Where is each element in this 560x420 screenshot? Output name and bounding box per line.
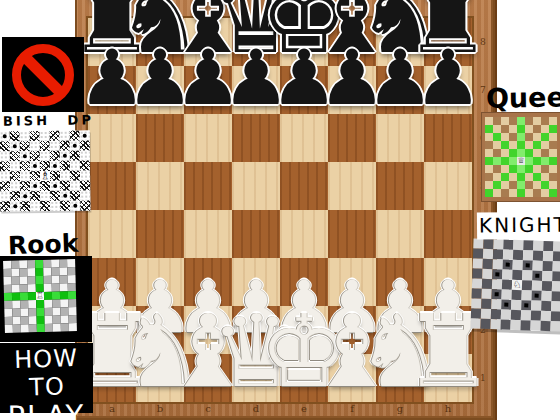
piece-black-pawn-h7[interactable]: ♟ xyxy=(414,40,482,116)
square-b5[interactable] xyxy=(136,162,184,210)
rook-move-diagram: ♖ xyxy=(3,259,77,333)
square-a4[interactable] xyxy=(88,210,136,258)
no-entry-button[interactable] xyxy=(2,37,84,112)
square-c5[interactable] xyxy=(184,162,232,210)
move-target-dot xyxy=(3,134,7,138)
move-target-dot xyxy=(83,134,87,138)
move-target-dot xyxy=(53,164,57,168)
move-target-dot xyxy=(13,204,17,208)
square-g5[interactable] xyxy=(376,162,424,210)
move-target-dot xyxy=(506,263,510,267)
move-target-dot xyxy=(33,184,37,188)
square-a5[interactable] xyxy=(88,162,136,210)
square-e5[interactable] xyxy=(280,162,328,210)
knight-panel-title: KNIGHT xyxy=(477,212,560,240)
move-target-dot xyxy=(23,194,27,198)
square-d5[interactable] xyxy=(232,162,280,210)
square-h5[interactable] xyxy=(424,162,472,210)
bishop-panel-title: BISH DP xyxy=(3,112,94,129)
square-b4[interactable] xyxy=(136,210,184,258)
move-target-dot xyxy=(535,274,539,278)
move-target-dot xyxy=(53,184,57,188)
square-g4[interactable] xyxy=(376,210,424,258)
square-f4[interactable] xyxy=(328,210,376,258)
how-to-play-button[interactable]: HOW TO PLAY xyxy=(0,343,93,413)
move-target-dot xyxy=(13,144,17,148)
move-target-dot xyxy=(504,303,508,307)
move-target-dot xyxy=(73,144,77,148)
knight-icon: ♘ xyxy=(512,280,521,290)
square-f5[interactable] xyxy=(328,162,376,210)
move-target-dot xyxy=(73,204,77,208)
queen-panel-title: Queen xyxy=(486,81,560,114)
move-target-dot xyxy=(495,272,499,276)
chess-app: abcdefgh87654321 ♜♞♝♛♚♝♞♜♟♟♟♟♟♟♟♟♟♟♟♟♟♟♟… xyxy=(0,0,560,420)
bishop-icon: ♗ xyxy=(40,170,50,181)
bishop-move-diagram: ♗ xyxy=(0,131,90,212)
move-target-dot xyxy=(33,164,37,168)
move-target-dot xyxy=(524,303,528,307)
square-d4[interactable] xyxy=(232,210,280,258)
how-to-play-line2: PLAY xyxy=(0,398,93,420)
move-target-dot xyxy=(23,154,27,158)
knight-move-diagram: ♘ xyxy=(470,238,560,331)
how-to-play-line1: HOW TO xyxy=(0,343,94,402)
move-target-dot xyxy=(526,263,530,267)
rook-panel-title: Rook xyxy=(8,229,79,260)
move-target-dot xyxy=(63,154,67,158)
square-c4[interactable] xyxy=(184,210,232,258)
queen-move-diagram: ♕ xyxy=(485,117,557,197)
move-target-dot xyxy=(535,294,539,298)
move-target-dot xyxy=(63,194,67,198)
square-e4[interactable] xyxy=(280,210,328,258)
square-h4[interactable] xyxy=(424,210,472,258)
move-target-dot xyxy=(495,292,499,296)
queen-icon: ♕ xyxy=(517,157,524,165)
